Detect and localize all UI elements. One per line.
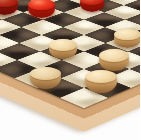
checker-piece-wood[interactable] [30, 67, 61, 80]
checker-piece-wood[interactable] [85, 70, 117, 83]
checker-piece-wood[interactable] [114, 29, 141, 40]
checker-piece-red[interactable] [80, 0, 104, 5]
checkers-photo [0, 0, 140, 140]
checker-piece-red[interactable] [28, 0, 55, 10]
checker-piece-wood[interactable] [99, 49, 129, 62]
checker-piece-wood[interactable] [49, 39, 77, 51]
checker-piece-red[interactable] [0, 0, 18, 7]
pieces-layer [0, 0, 140, 140]
